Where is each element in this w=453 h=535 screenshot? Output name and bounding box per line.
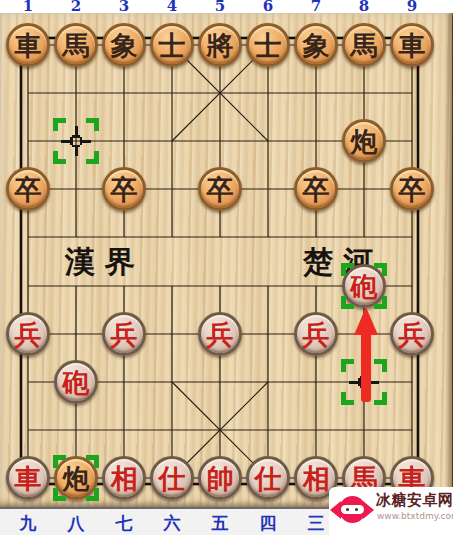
marker-corner <box>53 151 66 164</box>
piece-black-horse[interactable]: 馬 <box>342 23 386 67</box>
piece-red-chariot[interactable]: 車 <box>6 456 50 500</box>
move-from-marker <box>53 118 99 164</box>
move-arrow-shaft <box>361 334 371 402</box>
watermark: 冰糖安卓网 www.btxtdmy.com <box>329 487 453 535</box>
piece-black-cannon[interactable]: 炮 <box>54 456 98 500</box>
piece-black-elephant[interactable]: 象 <box>294 23 338 67</box>
column-label-bottom-5: 五 <box>196 512 244 535</box>
column-label-bottom-6: 四 <box>244 512 292 535</box>
piece-red-cannon[interactable]: 砲 <box>342 264 386 308</box>
piece-red-cannon[interactable]: 砲 <box>54 360 98 404</box>
piece-red-elephant[interactable]: 相 <box>102 456 146 500</box>
piece-black-soldier[interactable]: 卒 <box>198 167 242 211</box>
column-label-top-8: 8 <box>340 0 388 15</box>
column-label-bottom-4: 六 <box>148 512 196 535</box>
column-label-top-6: 6 <box>244 0 292 15</box>
river-label-left: 漢界 <box>58 245 152 279</box>
crosshair-icon <box>70 137 73 145</box>
watermark-url: www.btxtdmy.com <box>377 511 453 521</box>
piece-red-advisor[interactable]: 仕 <box>246 456 290 500</box>
marker-corner <box>341 359 354 372</box>
piece-black-soldier[interactable]: 卒 <box>294 167 338 211</box>
piece-black-horse[interactable]: 馬 <box>54 23 98 67</box>
piece-red-soldier[interactable]: 兵 <box>294 312 338 356</box>
column-label-bottom-2: 八 <box>52 512 100 535</box>
piece-black-chariot[interactable]: 車 <box>6 23 50 67</box>
piece-red-general[interactable]: 帥 <box>198 456 242 500</box>
piece-black-cannon[interactable]: 炮 <box>342 119 386 163</box>
piece-black-advisor[interactable]: 士 <box>150 23 194 67</box>
marker-corner <box>341 392 354 405</box>
piece-red-soldier[interactable]: 兵 <box>102 312 146 356</box>
piece-black-elephant[interactable]: 象 <box>102 23 146 67</box>
piece-red-soldier[interactable]: 兵 <box>6 312 50 356</box>
column-label-top-7: 7 <box>292 0 340 15</box>
move-arrow <box>354 307 378 335</box>
column-label-top-3: 3 <box>100 0 148 15</box>
marker-corner <box>374 392 387 405</box>
piece-red-soldier[interactable]: 兵 <box>390 312 434 356</box>
column-label-top-4: 4 <box>148 0 196 15</box>
column-label-top-5: 5 <box>196 0 244 15</box>
piece-black-soldier[interactable]: 卒 <box>6 167 50 211</box>
marker-corner <box>374 359 387 372</box>
marker-corner <box>86 118 99 131</box>
piece-red-advisor[interactable]: 仕 <box>150 456 194 500</box>
column-label-bottom-1: 九 <box>4 512 52 535</box>
piece-red-soldier[interactable]: 兵 <box>198 312 242 356</box>
column-label-top-9: 9 <box>388 0 436 15</box>
marker-corner <box>53 118 66 131</box>
column-label-bottom-3: 七 <box>100 512 148 535</box>
piece-black-soldier[interactable]: 卒 <box>102 167 146 211</box>
piece-black-soldier[interactable]: 卒 <box>390 167 434 211</box>
xiangqi-app: 123456789 漢界 楚河 車馬象士將士象馬車炮卒卒卒卒卒砲兵兵兵兵兵砲車炮… <box>0 0 453 535</box>
column-label-top-2: 2 <box>52 0 100 15</box>
watermark-site-name: 冰糖安卓网 <box>376 491 453 510</box>
candy-logo-icon <box>330 494 374 528</box>
column-label-top-1: 1 <box>4 0 52 15</box>
crosshair-icon <box>80 137 83 145</box>
piece-black-general[interactable]: 將 <box>198 23 242 67</box>
piece-black-advisor[interactable]: 士 <box>246 23 290 67</box>
piece-black-chariot[interactable]: 車 <box>390 23 434 67</box>
top-column-labels: 123456789 <box>0 0 453 13</box>
marker-corner <box>86 151 99 164</box>
